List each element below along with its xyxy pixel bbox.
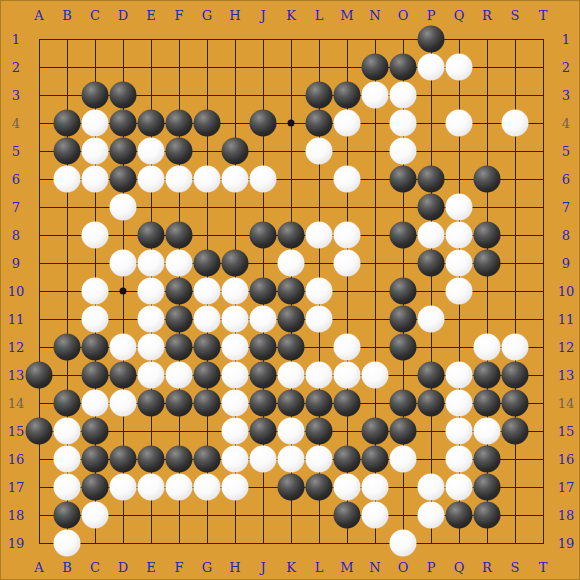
board-intersection-Q8[interactable] [445,221,473,249]
board-intersection-C15[interactable] [81,417,109,445]
board-intersection-B5[interactable] [53,137,81,165]
board-intersection-G19[interactable] [193,529,221,557]
board-intersection-G4[interactable] [193,109,221,137]
board-intersection-A3[interactable] [25,81,53,109]
board-intersection-Q11[interactable] [445,305,473,333]
board-intersection-O12[interactable] [389,333,417,361]
board-intersection-T16[interactable] [529,445,557,473]
board-intersection-G6[interactable] [193,165,221,193]
board-intersection-R11[interactable] [473,305,501,333]
board-intersection-N3[interactable] [361,81,389,109]
board-intersection-L1[interactable] [305,25,333,53]
board-intersection-G18[interactable] [193,501,221,529]
board-intersection-K9[interactable] [277,249,305,277]
board-intersection-E15[interactable] [137,417,165,445]
board-intersection-A15[interactable] [25,417,53,445]
board-intersection-T5[interactable] [529,137,557,165]
board-intersection-L18[interactable] [305,501,333,529]
board-intersection-H9[interactable] [221,249,249,277]
board-intersection-C11[interactable] [81,305,109,333]
board-intersection-G14[interactable] [193,389,221,417]
board-intersection-P16[interactable] [417,445,445,473]
board-intersection-T7[interactable] [529,193,557,221]
board-intersection-R9[interactable] [473,249,501,277]
board-intersection-K5[interactable] [277,137,305,165]
board-intersection-G8[interactable] [193,221,221,249]
board-intersection-M10[interactable] [333,277,361,305]
board-intersection-C10[interactable] [81,277,109,305]
board-intersection-P1[interactable] [417,25,445,53]
board-intersection-Q13[interactable] [445,361,473,389]
board-intersection-G9[interactable] [193,249,221,277]
board-intersection-D17[interactable] [109,473,137,501]
board-intersection-B18[interactable] [53,501,81,529]
board-intersection-B7[interactable] [53,193,81,221]
board-intersection-S15[interactable] [501,417,529,445]
board-intersection-E10[interactable] [137,277,165,305]
board-intersection-D15[interactable] [109,417,137,445]
board-intersection-D2[interactable] [109,53,137,81]
board-intersection-A8[interactable] [25,221,53,249]
board-intersection-A13[interactable] [25,361,53,389]
board-intersection-R17[interactable] [473,473,501,501]
board-intersection-F11[interactable] [165,305,193,333]
board-intersection-L9[interactable] [305,249,333,277]
board-intersection-G1[interactable] [193,25,221,53]
board-intersection-F12[interactable] [165,333,193,361]
board-intersection-P2[interactable] [417,53,445,81]
board-intersection-F1[interactable] [165,25,193,53]
board-intersection-T12[interactable] [529,333,557,361]
board-intersection-M7[interactable] [333,193,361,221]
board-intersection-D5[interactable] [109,137,137,165]
board-intersection-J7[interactable] [249,193,277,221]
board-intersection-O15[interactable] [389,417,417,445]
board-intersection-N17[interactable] [361,473,389,501]
board-intersection-R13[interactable] [473,361,501,389]
board-intersection-P14[interactable] [417,389,445,417]
board-intersection-H1[interactable] [221,25,249,53]
board-intersection-M9[interactable] [333,249,361,277]
board-intersection-M12[interactable] [333,333,361,361]
board-intersection-N5[interactable] [361,137,389,165]
board-intersection-D13[interactable] [109,361,137,389]
board-intersection-Q5[interactable] [445,137,473,165]
board-intersection-F5[interactable] [165,137,193,165]
board-intersection-K16[interactable] [277,445,305,473]
board-intersection-H14[interactable] [221,389,249,417]
board-intersection-S11[interactable] [501,305,529,333]
board-intersection-N16[interactable] [361,445,389,473]
board-intersection-B1[interactable] [53,25,81,53]
board-intersection-N1[interactable] [361,25,389,53]
board-intersection-J8[interactable] [249,221,277,249]
board-intersection-E4[interactable] [137,109,165,137]
board-intersection-R4[interactable] [473,109,501,137]
board-intersection-Q16[interactable] [445,445,473,473]
board-intersection-B12[interactable] [53,333,81,361]
board-intersection-S9[interactable] [501,249,529,277]
board-intersection-J17[interactable] [249,473,277,501]
board-intersection-M16[interactable] [333,445,361,473]
board-intersection-A4[interactable] [25,109,53,137]
board-intersection-A19[interactable] [25,529,53,557]
board-intersection-T4[interactable] [529,109,557,137]
board-intersection-E1[interactable] [137,25,165,53]
board-intersection-K1[interactable] [277,25,305,53]
board-intersection-K14[interactable] [277,389,305,417]
board-intersection-H6[interactable] [221,165,249,193]
board-intersection-O2[interactable] [389,53,417,81]
board-intersection-L17[interactable] [305,473,333,501]
board-intersection-D4[interactable] [109,109,137,137]
board-intersection-J14[interactable] [249,389,277,417]
board-intersection-B11[interactable] [53,305,81,333]
board-intersection-C1[interactable] [81,25,109,53]
board-intersection-D10[interactable] [109,277,137,305]
board-intersection-E9[interactable] [137,249,165,277]
board-intersection-F7[interactable] [165,193,193,221]
board-intersection-B15[interactable] [53,417,81,445]
board-intersection-C9[interactable] [81,249,109,277]
board-intersection-H19[interactable] [221,529,249,557]
board-intersection-F9[interactable] [165,249,193,277]
board-intersection-A7[interactable] [25,193,53,221]
board-intersection-G16[interactable] [193,445,221,473]
board-intersection-B3[interactable] [53,81,81,109]
board-intersection-H5[interactable] [221,137,249,165]
board-intersection-K11[interactable] [277,305,305,333]
board-intersection-L14[interactable] [305,389,333,417]
board-intersection-C8[interactable] [81,221,109,249]
board-intersection-K10[interactable] [277,277,305,305]
board-intersection-E5[interactable] [137,137,165,165]
board-intersection-R5[interactable] [473,137,501,165]
board-intersection-E19[interactable] [137,529,165,557]
board-intersection-D11[interactable] [109,305,137,333]
board-intersection-E7[interactable] [137,193,165,221]
board-intersection-J13[interactable] [249,361,277,389]
board-intersection-H13[interactable] [221,361,249,389]
board-intersection-L10[interactable] [305,277,333,305]
board-intersection-S18[interactable] [501,501,529,529]
board-intersection-O13[interactable] [389,361,417,389]
board-intersection-S17[interactable] [501,473,529,501]
board-intersection-P19[interactable] [417,529,445,557]
board-intersection-S7[interactable] [501,193,529,221]
board-intersection-C13[interactable] [81,361,109,389]
board-intersection-T10[interactable] [529,277,557,305]
board-intersection-O9[interactable] [389,249,417,277]
board-intersection-H15[interactable] [221,417,249,445]
board-intersection-O5[interactable] [389,137,417,165]
board-intersection-H8[interactable] [221,221,249,249]
board-intersection-K4[interactable] [277,109,305,137]
board-intersection-O10[interactable] [389,277,417,305]
board-intersection-L19[interactable] [305,529,333,557]
board-intersection-Q18[interactable] [445,501,473,529]
board-intersection-G3[interactable] [193,81,221,109]
board-intersection-A17[interactable] [25,473,53,501]
board-intersection-C14[interactable] [81,389,109,417]
board-intersection-O6[interactable] [389,165,417,193]
board-intersection-H4[interactable] [221,109,249,137]
board-intersection-P11[interactable] [417,305,445,333]
board-intersection-D6[interactable] [109,165,137,193]
board-intersection-N13[interactable] [361,361,389,389]
board-intersection-E3[interactable] [137,81,165,109]
board-intersection-A6[interactable] [25,165,53,193]
board-intersection-P4[interactable] [417,109,445,137]
board-intersection-B14[interactable] [53,389,81,417]
board-intersection-S1[interactable] [501,25,529,53]
board-intersection-M4[interactable] [333,109,361,137]
board-intersection-P9[interactable] [417,249,445,277]
board-intersection-O14[interactable] [389,389,417,417]
board-intersection-S10[interactable] [501,277,529,305]
board-intersection-C18[interactable] [81,501,109,529]
board-intersection-Q3[interactable] [445,81,473,109]
board-intersection-D16[interactable] [109,445,137,473]
board-intersection-A10[interactable] [25,277,53,305]
board-intersection-R12[interactable] [473,333,501,361]
board-intersection-N10[interactable] [361,277,389,305]
board-intersection-R6[interactable] [473,165,501,193]
board-intersection-E14[interactable] [137,389,165,417]
board-intersection-K2[interactable] [277,53,305,81]
board-intersection-L4[interactable] [305,109,333,137]
board-intersection-R15[interactable] [473,417,501,445]
board-intersection-E11[interactable] [137,305,165,333]
board-intersection-P12[interactable] [417,333,445,361]
board-intersection-T11[interactable] [529,305,557,333]
board-intersection-S19[interactable] [501,529,529,557]
board-intersection-G7[interactable] [193,193,221,221]
board-intersection-A16[interactable] [25,445,53,473]
board-intersection-L5[interactable] [305,137,333,165]
board-intersection-C17[interactable] [81,473,109,501]
board-intersection-K8[interactable] [277,221,305,249]
board-intersection-F18[interactable] [165,501,193,529]
board-intersection-P8[interactable] [417,221,445,249]
board-intersection-F16[interactable] [165,445,193,473]
board-intersection-C2[interactable] [81,53,109,81]
board-intersection-H7[interactable] [221,193,249,221]
board-intersection-F13[interactable] [165,361,193,389]
board-intersection-Q9[interactable] [445,249,473,277]
board-intersection-K18[interactable] [277,501,305,529]
board-intersection-M15[interactable] [333,417,361,445]
board-intersection-E2[interactable] [137,53,165,81]
board-intersection-L16[interactable] [305,445,333,473]
board-intersection-F3[interactable] [165,81,193,109]
board-intersection-E17[interactable] [137,473,165,501]
board-intersection-D3[interactable] [109,81,137,109]
board-intersection-G15[interactable] [193,417,221,445]
board-intersection-B17[interactable] [53,473,81,501]
board-intersection-S6[interactable] [501,165,529,193]
board-intersection-O4[interactable] [389,109,417,137]
board-intersection-S14[interactable] [501,389,529,417]
board-intersection-B13[interactable] [53,361,81,389]
board-intersection-C6[interactable] [81,165,109,193]
board-intersection-T1[interactable] [529,25,557,53]
board-intersection-S4[interactable] [501,109,529,137]
board-intersection-J3[interactable] [249,81,277,109]
board-intersection-Q12[interactable] [445,333,473,361]
board-intersection-D9[interactable] [109,249,137,277]
board-intersection-L2[interactable] [305,53,333,81]
board-intersection-K6[interactable] [277,165,305,193]
board-intersection-H11[interactable] [221,305,249,333]
board-intersection-B8[interactable] [53,221,81,249]
board-intersection-P13[interactable] [417,361,445,389]
board-intersection-K3[interactable] [277,81,305,109]
board-intersection-M18[interactable] [333,501,361,529]
board-intersection-F19[interactable] [165,529,193,557]
board-intersection-Q17[interactable] [445,473,473,501]
board-intersection-K12[interactable] [277,333,305,361]
board-intersection-D8[interactable] [109,221,137,249]
board-intersection-J9[interactable] [249,249,277,277]
board-intersection-H10[interactable] [221,277,249,305]
board-intersection-M2[interactable] [333,53,361,81]
board-intersection-N19[interactable] [361,529,389,557]
board-intersection-L8[interactable] [305,221,333,249]
board-intersection-L13[interactable] [305,361,333,389]
board-intersection-A12[interactable] [25,333,53,361]
board-intersection-O16[interactable] [389,445,417,473]
board-intersection-T2[interactable] [529,53,557,81]
board-intersection-P18[interactable] [417,501,445,529]
board-intersection-Q4[interactable] [445,109,473,137]
board-intersection-N2[interactable] [361,53,389,81]
board-intersection-F4[interactable] [165,109,193,137]
board-intersection-N7[interactable] [361,193,389,221]
board-intersection-N6[interactable] [361,165,389,193]
board-intersection-S2[interactable] [501,53,529,81]
board-intersection-M6[interactable] [333,165,361,193]
board-intersection-T3[interactable] [529,81,557,109]
board-intersection-L11[interactable] [305,305,333,333]
board-intersection-G2[interactable] [193,53,221,81]
board-intersection-R19[interactable] [473,529,501,557]
board-intersection-T14[interactable] [529,389,557,417]
board-intersection-J1[interactable] [249,25,277,53]
board-intersection-P6[interactable] [417,165,445,193]
board-intersection-G11[interactable] [193,305,221,333]
board-intersection-S8[interactable] [501,221,529,249]
board-intersection-Q1[interactable] [445,25,473,53]
board-intersection-D19[interactable] [109,529,137,557]
board-intersection-A18[interactable] [25,501,53,529]
board-intersection-E6[interactable] [137,165,165,193]
board-intersection-H17[interactable] [221,473,249,501]
board-intersection-Q19[interactable] [445,529,473,557]
board-intersection-K13[interactable] [277,361,305,389]
board-intersection-M13[interactable] [333,361,361,389]
board-intersection-H2[interactable] [221,53,249,81]
board-intersection-R7[interactable] [473,193,501,221]
board-intersection-M14[interactable] [333,389,361,417]
board-intersection-R2[interactable] [473,53,501,81]
board-intersection-S13[interactable] [501,361,529,389]
board-intersection-E13[interactable] [137,361,165,389]
board-intersection-T17[interactable] [529,473,557,501]
board-intersection-Q10[interactable] [445,277,473,305]
board-intersection-J12[interactable] [249,333,277,361]
board-intersection-Q2[interactable] [445,53,473,81]
board-intersection-L6[interactable] [305,165,333,193]
board-intersection-M1[interactable] [333,25,361,53]
board-intersection-D1[interactable] [109,25,137,53]
board-intersection-G17[interactable] [193,473,221,501]
board-intersection-P15[interactable] [417,417,445,445]
board-intersection-J6[interactable] [249,165,277,193]
board-intersection-L3[interactable] [305,81,333,109]
board-intersection-S5[interactable] [501,137,529,165]
board-intersection-F15[interactable] [165,417,193,445]
board-intersection-F14[interactable] [165,389,193,417]
board-intersection-N4[interactable] [361,109,389,137]
board-intersection-T15[interactable] [529,417,557,445]
board-intersection-D14[interactable] [109,389,137,417]
board-intersection-O8[interactable] [389,221,417,249]
board-intersection-B10[interactable] [53,277,81,305]
board-intersection-L12[interactable] [305,333,333,361]
board-intersection-H12[interactable] [221,333,249,361]
board-intersection-O19[interactable] [389,529,417,557]
board-intersection-S12[interactable] [501,333,529,361]
board-intersection-Q15[interactable] [445,417,473,445]
board-intersection-N15[interactable] [361,417,389,445]
board-intersection-L15[interactable] [305,417,333,445]
board-intersection-F6[interactable] [165,165,193,193]
board-intersection-C3[interactable] [81,81,109,109]
board-intersection-O1[interactable] [389,25,417,53]
board-intersection-N11[interactable] [361,305,389,333]
board-intersection-C7[interactable] [81,193,109,221]
board-intersection-J11[interactable] [249,305,277,333]
board-intersection-H18[interactable] [221,501,249,529]
board-intersection-H16[interactable] [221,445,249,473]
board-intersection-E16[interactable] [137,445,165,473]
board-intersection-T13[interactable] [529,361,557,389]
board-intersection-C4[interactable] [81,109,109,137]
board-intersection-F8[interactable] [165,221,193,249]
board-intersection-M17[interactable] [333,473,361,501]
board-intersection-A5[interactable] [25,137,53,165]
board-intersection-D18[interactable] [109,501,137,529]
board-intersection-B4[interactable] [53,109,81,137]
board-intersection-Q7[interactable] [445,193,473,221]
board-intersection-K17[interactable] [277,473,305,501]
board-intersection-F10[interactable] [165,277,193,305]
board-intersection-O17[interactable] [389,473,417,501]
board-intersection-A1[interactable] [25,25,53,53]
board-intersection-R8[interactable] [473,221,501,249]
board-intersection-B16[interactable] [53,445,81,473]
board-intersection-H3[interactable] [221,81,249,109]
board-intersection-G13[interactable] [193,361,221,389]
board-intersection-G12[interactable] [193,333,221,361]
board-intersection-R3[interactable] [473,81,501,109]
board-intersection-R1[interactable] [473,25,501,53]
board-intersection-O3[interactable] [389,81,417,109]
board-intersection-J18[interactable] [249,501,277,529]
board-intersection-R14[interactable] [473,389,501,417]
board-intersection-N18[interactable] [361,501,389,529]
